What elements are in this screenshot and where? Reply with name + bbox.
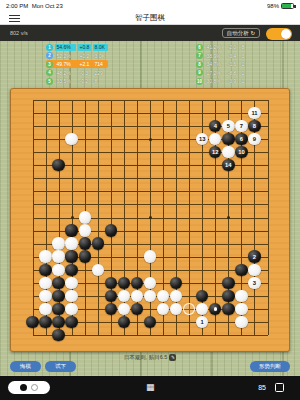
go-board[interactable]: 1145781369121014231 — [10, 88, 290, 352]
stone — [235, 303, 247, 315]
candidate-visits: 3.0K — [93, 52, 108, 59]
stone — [52, 250, 64, 262]
stone — [235, 264, 247, 276]
bottom-toolbar: ▦ 85 — [0, 376, 300, 400]
stone — [222, 290, 234, 302]
candidate-row[interactable]: 1030.8%-3.91 — [196, 77, 248, 85]
stone — [235, 316, 247, 328]
candidate-visits: 1 — [240, 78, 248, 85]
rules-text: 日本规则, 贴目6.5 — [124, 354, 168, 360]
last-move-marker — [214, 307, 217, 310]
ghost-suggestion[interactable] — [183, 303, 195, 315]
star-point — [227, 216, 230, 219]
candidate-delta: -8.8 — [226, 69, 238, 76]
stone — [65, 316, 77, 328]
white-stone-icon — [31, 384, 38, 391]
stone — [131, 277, 143, 289]
candidate-delta: +0.8 — [78, 44, 91, 51]
auto-analysis-button[interactable]: 自动分析 ↻ — [222, 28, 260, 38]
numbered-stone: 11 — [248, 107, 260, 119]
stone — [144, 290, 156, 302]
numbered-stone: 9 — [248, 133, 260, 145]
stone — [79, 211, 91, 223]
candidate-winrate: 30.8% — [205, 78, 224, 85]
numbered-stone: 6 — [235, 133, 247, 145]
candidate-delta: -3.4 — [226, 52, 238, 59]
star-point — [149, 216, 152, 219]
stone — [196, 290, 208, 302]
status-right: 98% — [267, 3, 294, 9]
numbered-stone: 3 — [248, 277, 260, 289]
edit-rules-icon[interactable]: ✎ — [169, 354, 176, 361]
stone — [235, 290, 247, 302]
stone — [65, 133, 77, 145]
numbered-stone: 10 — [235, 146, 247, 158]
star-point — [149, 138, 152, 141]
stone — [26, 316, 38, 328]
stone — [52, 303, 64, 315]
candidate-row[interactable]: 917.2%-8.81 — [196, 69, 248, 77]
numbered-stone: 13 — [196, 133, 208, 145]
candidate-rank-badge: 6 — [196, 44, 203, 51]
stone — [92, 264, 104, 276]
candidate-winrate: 33.5% — [55, 78, 76, 85]
numbered-stone: 4 — [209, 120, 221, 132]
stone — [105, 277, 117, 289]
undo-button[interactable]: 悔棋 — [10, 361, 41, 372]
rules-line: 日本规则, 贴目6.5✎ — [0, 354, 300, 361]
candidate-visits: 8.0K — [93, 44, 108, 51]
candidate-delta: -0.3 — [78, 69, 91, 76]
stone — [65, 224, 77, 236]
candidate-winrate: 54.6% — [55, 44, 76, 51]
candidate-rank-badge: 10 — [196, 78, 203, 85]
candidate-row[interactable]: 154.6%+0.88.0K — [46, 43, 108, 51]
stone — [52, 290, 64, 302]
candidate-visits: 714 — [93, 61, 108, 68]
numbered-stone: 5 — [222, 120, 234, 132]
stone — [170, 277, 182, 289]
stone — [222, 133, 234, 145]
stone — [39, 303, 51, 315]
grid-menu-icon[interactable]: ▦ — [146, 383, 155, 392]
stone — [131, 303, 143, 315]
grid-line-h — [33, 335, 268, 336]
candidate-winrate: 48.2% — [55, 69, 76, 76]
analysis-toggle[interactable] — [266, 28, 292, 40]
fullscreen-icon[interactable] — [275, 383, 284, 392]
stone — [131, 290, 143, 302]
candidate-rank-badge: 2 — [46, 52, 53, 59]
nav-bar: 智子围棋 — [0, 12, 300, 25]
numbered-stone: 2 — [248, 250, 260, 262]
numbered-stone: 1 — [196, 316, 208, 328]
stone — [52, 237, 64, 249]
stone — [65, 290, 77, 302]
grid-line-v — [268, 100, 269, 335]
analysis-toolbar: 802 v/s 自动分析 ↻ — [0, 25, 300, 41]
stone — [105, 224, 117, 236]
move-count: 85 — [258, 384, 266, 391]
stone — [52, 329, 64, 341]
candidate-row[interactable]: 641.2%-2.08 — [196, 43, 248, 51]
candidate-row[interactable]: 738.9%-3.43 — [196, 52, 248, 60]
candidate-delta: +0.2 — [78, 52, 91, 59]
numbered-stone: 14 — [222, 159, 234, 171]
stone — [39, 264, 51, 276]
judge-button[interactable]: 形势判断 — [250, 361, 290, 372]
candidate-delta: -3.9 — [226, 78, 238, 85]
stone — [118, 316, 130, 328]
candidate-winrate: 34.7% — [205, 61, 224, 68]
toggle-knob — [281, 29, 291, 39]
candidate-visits: 8 — [240, 44, 248, 51]
candidate-winrate: 52.2% — [55, 52, 76, 59]
candidate-row[interactable]: 349.7%+2.1714 — [46, 60, 108, 68]
stone — [52, 159, 64, 171]
candidate-delta: -3.6 — [226, 61, 238, 68]
black-stone-icon — [20, 384, 27, 391]
candidate-rank-badge: 7 — [196, 52, 203, 59]
candidate-winrate: 38.9% — [205, 52, 224, 59]
stone — [118, 290, 130, 302]
candidate-winrate: 41.2% — [205, 44, 224, 51]
stone — [39, 290, 51, 302]
candidate-row[interactable]: 533.5%-0.28 — [46, 77, 108, 85]
stone — [209, 303, 221, 315]
candidate-visits: 229 — [93, 69, 108, 76]
candidate-row[interactable]: 252.2%+0.23.0K — [46, 52, 108, 60]
stone — [105, 290, 117, 302]
stone — [65, 264, 77, 276]
candidate-rank-badge: 4 — [46, 69, 53, 76]
stone — [144, 316, 156, 328]
stone — [105, 303, 117, 315]
stone — [39, 250, 51, 262]
stone — [248, 264, 260, 276]
stone — [118, 303, 130, 315]
stone — [79, 237, 91, 249]
stone — [65, 277, 77, 289]
candidate-rank-badge: 9 — [196, 69, 203, 76]
stone — [222, 303, 234, 315]
stone-color-toggle[interactable] — [8, 381, 50, 394]
candidate-rank-badge: 3 — [46, 61, 53, 68]
stone — [52, 264, 64, 276]
candidate-delta: -2.0 — [226, 44, 238, 51]
candidate-delta: +2.1 — [78, 61, 91, 68]
stone — [118, 277, 130, 289]
numbered-stone: 7 — [235, 120, 247, 132]
stone — [170, 290, 182, 302]
candidate-row[interactable]: 834.7%-3.61 — [196, 60, 248, 68]
stone — [92, 237, 104, 249]
app-title: 智子围棋 — [0, 13, 300, 23]
stone — [196, 303, 208, 315]
stone — [157, 290, 169, 302]
stone — [52, 316, 64, 328]
candidate-winrate: 17.2% — [205, 69, 224, 76]
stone — [65, 303, 77, 315]
candidate-rank-badge: 8 — [196, 61, 203, 68]
stone — [79, 224, 91, 236]
stone — [222, 146, 234, 158]
candidate-visits: 1 — [240, 69, 248, 76]
candidate-visits: 1 — [240, 61, 248, 68]
numbered-stone: 8 — [248, 120, 260, 132]
candidate-rank-badge: 5 — [46, 78, 53, 85]
candidate-winrate: 49.7% — [55, 61, 76, 68]
playout-speed: 802 v/s — [10, 30, 28, 36]
stone — [52, 277, 64, 289]
stone — [144, 250, 156, 262]
battery-icon — [281, 3, 294, 9]
stone — [209, 133, 221, 145]
stone — [65, 250, 77, 262]
try-move-button[interactable]: 试下 — [45, 361, 76, 372]
status-bar: 2:00 PM Mon Oct 23 98% — [0, 0, 300, 12]
status-time-date: 2:00 PM Mon Oct 23 — [6, 3, 63, 9]
stone — [170, 303, 182, 315]
candidate-rank-badge: 1 — [46, 44, 53, 51]
candidate-visits: 8 — [93, 78, 108, 85]
stone — [65, 237, 77, 249]
candidate-visits: 3 — [240, 52, 248, 59]
stone — [157, 303, 169, 315]
stone — [39, 316, 51, 328]
grid-line-v — [189, 100, 190, 335]
candidate-row[interactable]: 448.2%-0.3229 — [46, 69, 108, 77]
candidate-delta: -0.2 — [78, 78, 91, 85]
numbered-stone: 12 — [209, 146, 221, 158]
stone — [144, 277, 156, 289]
stone — [222, 277, 234, 289]
stone — [39, 277, 51, 289]
battery-percent: 98% — [267, 3, 279, 9]
stone — [79, 250, 91, 262]
